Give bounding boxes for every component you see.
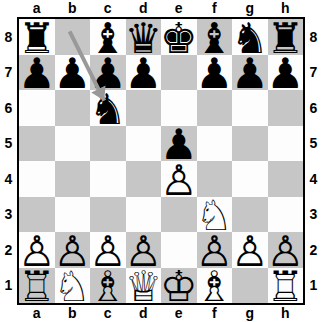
rank-label-5-right: 5 — [305, 126, 322, 162]
chess-board: ♜♝♛♚♝♞♜♟♟♟♟♟♟♟♞♟♙♘♙♙♙♙♙♙♙♖♘♗♕♔♗♖ — [17, 17, 305, 305]
square-c1[interactable]: ♗ — [90, 268, 126, 304]
square-g5[interactable] — [232, 126, 268, 162]
square-b5[interactable] — [55, 126, 91, 162]
rank-labels-right: 87654321 — [305, 19, 322, 303]
rank-labels-left: 87654321 — [0, 19, 17, 303]
rank-label-3-left: 3 — [0, 197, 17, 233]
square-b4[interactable] — [55, 161, 91, 197]
rank-label-3-right: 3 — [305, 197, 322, 233]
piece-white-pawn: ♙ — [231, 231, 269, 273]
square-d7[interactable]: ♟ — [126, 55, 162, 91]
square-h7[interactable]: ♟ — [268, 55, 304, 91]
piece-black-pawn: ♟ — [124, 53, 162, 95]
square-c4[interactable] — [90, 161, 126, 197]
piece-black-pawn: ♟ — [18, 53, 56, 95]
piece-black-pawn: ♟ — [231, 53, 269, 95]
square-g7[interactable]: ♟ — [232, 55, 268, 91]
square-d4[interactable] — [126, 161, 162, 197]
rank-label-6-left: 6 — [0, 90, 17, 126]
piece-black-king: ♚ — [160, 18, 198, 60]
rank-label-1-right: 1 — [305, 268, 322, 304]
square-h1[interactable]: ♖ — [268, 268, 304, 304]
square-e4[interactable]: ♙ — [161, 161, 197, 197]
piece-black-pawn: ♟ — [53, 53, 91, 95]
square-d5[interactable] — [126, 126, 162, 162]
rank-label-2-left: 2 — [0, 232, 17, 268]
square-b1[interactable]: ♘ — [55, 268, 91, 304]
piece-black-pawn: ♟ — [195, 53, 233, 95]
rank-label-6-right: 6 — [305, 90, 322, 126]
piece-black-knight: ♞ — [89, 89, 127, 131]
square-h4[interactable] — [268, 161, 304, 197]
piece-white-knight: ♘ — [53, 266, 91, 308]
square-e1[interactable]: ♔ — [161, 268, 197, 304]
rank-label-8-left: 8 — [0, 19, 17, 55]
file-label-b-top: b — [55, 0, 91, 17]
file-label-g-bottom: g — [232, 305, 268, 322]
piece-white-rook: ♖ — [266, 266, 304, 308]
piece-white-pawn: ♙ — [160, 160, 198, 202]
rank-label-7-right: 7 — [305, 55, 322, 91]
square-g2[interactable]: ♙ — [232, 232, 268, 268]
piece-white-bishop: ♗ — [195, 266, 233, 308]
rank-label-4-left: 4 — [0, 161, 17, 197]
piece-white-bishop: ♗ — [89, 266, 127, 308]
square-d1[interactable]: ♕ — [126, 268, 162, 304]
square-a4[interactable] — [19, 161, 55, 197]
square-h5[interactable] — [268, 126, 304, 162]
chessboard-page: abcdefgh 87654321 87654321 abcdefgh ♜♝♛♚… — [0, 0, 322, 322]
rank-label-4-right: 4 — [305, 161, 322, 197]
square-a1[interactable]: ♖ — [19, 268, 55, 304]
square-a7[interactable]: ♟ — [19, 55, 55, 91]
piece-black-pawn: ♟ — [266, 53, 304, 95]
piece-white-rook: ♖ — [18, 266, 56, 308]
rank-label-5-left: 5 — [0, 126, 17, 162]
square-b7[interactable]: ♟ — [55, 55, 91, 91]
square-c6[interactable]: ♞ — [90, 90, 126, 126]
square-a5[interactable] — [19, 126, 55, 162]
square-g4[interactable] — [232, 161, 268, 197]
piece-white-king: ♔ — [160, 266, 198, 308]
rank-label-8-right: 8 — [305, 19, 322, 55]
square-f1[interactable]: ♗ — [197, 268, 233, 304]
rank-label-1-left: 1 — [0, 268, 17, 304]
square-f7[interactable]: ♟ — [197, 55, 233, 91]
square-e8[interactable]: ♚ — [161, 19, 197, 55]
rank-label-2-right: 2 — [305, 232, 322, 268]
square-f5[interactable] — [197, 126, 233, 162]
piece-white-queen: ♕ — [124, 266, 162, 308]
rank-label-7-left: 7 — [0, 55, 17, 91]
